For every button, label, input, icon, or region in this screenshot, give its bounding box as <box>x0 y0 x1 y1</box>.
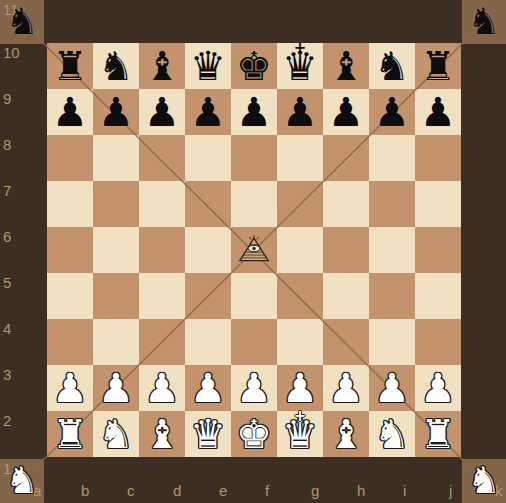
black-pawn[interactable]: ♟ <box>277 89 323 135</box>
square-e8[interactable] <box>185 135 231 181</box>
square-d3[interactable]: ♟ <box>139 365 185 411</box>
file-label-d: d <box>173 483 181 498</box>
square-d9[interactable]: ♟ <box>139 89 185 135</box>
file-label-g: g <box>311 483 319 498</box>
square-c3[interactable]: ♟ <box>93 365 139 411</box>
square-g9[interactable]: ♟ <box>277 89 323 135</box>
square-h9[interactable]: ♟ <box>323 89 369 135</box>
square-h6[interactable] <box>323 227 369 273</box>
square-e4[interactable] <box>185 319 231 365</box>
rank-label-6: 6 <box>3 229 11 244</box>
minister-cross: + <box>294 41 307 56</box>
rank-label-7: 7 <box>3 183 11 198</box>
square-h4[interactable] <box>323 319 369 365</box>
square-b2[interactable]: ♜ <box>47 411 93 457</box>
square-e6[interactable] <box>185 227 231 273</box>
square-i10[interactable]: ♞ <box>369 43 415 89</box>
white-pawn[interactable]: ♟ <box>415 365 461 411</box>
rank-label-9: 9 <box>3 91 11 106</box>
square-f5[interactable] <box>231 273 277 319</box>
board-frame: ♞ ♞ ♞ ♞ ♜♞♝♛♚♛+♝♞♜♟♟♟♟♟♟♟♟♟♟♟♟♟♟♟♟♟♟♜♞♝♛… <box>0 0 506 503</box>
white-pawn[interactable]: ♟ <box>277 365 323 411</box>
square-c6[interactable] <box>93 227 139 273</box>
white-pawn[interactable]: ♟ <box>139 365 185 411</box>
square-j2[interactable]: ♜ <box>415 411 461 457</box>
square-j7[interactable] <box>415 181 461 227</box>
square-b8[interactable] <box>47 135 93 181</box>
black-knight[interactable]: ♞ <box>369 43 415 89</box>
black-pawn[interactable]: ♟ <box>323 89 369 135</box>
black-knight[interactable]: ♞ <box>462 0 506 44</box>
square-h8[interactable] <box>323 135 369 181</box>
square-e3[interactable]: ♟ <box>185 365 231 411</box>
square-b3[interactable]: ♟ <box>47 365 93 411</box>
square-i2[interactable]: ♞ <box>369 411 415 457</box>
square-i3[interactable]: ♟ <box>369 365 415 411</box>
black-knight[interactable]: ♞ <box>0 0 44 44</box>
square-c2[interactable]: ♞ <box>93 411 139 457</box>
rank-label-2: 2 <box>3 413 11 428</box>
black-pawn[interactable]: ♟ <box>415 89 461 135</box>
black-pawn[interactable]: ♟ <box>93 89 139 135</box>
white-pawn[interactable]: ♟ <box>47 365 93 411</box>
square-b7[interactable] <box>47 181 93 227</box>
black-rook[interactable]: ♜ <box>47 43 93 89</box>
square-g7[interactable] <box>277 181 323 227</box>
white-knight[interactable]: ♞ <box>369 411 415 457</box>
black-pawn[interactable]: ♟ <box>369 89 415 135</box>
file-label-f: f <box>265 483 269 498</box>
black-minister[interactable]: ♛+ <box>277 43 323 89</box>
square-h5[interactable] <box>323 273 369 319</box>
square-g5[interactable] <box>277 273 323 319</box>
square-j6[interactable] <box>415 227 461 273</box>
square-i9[interactable]: ♟ <box>369 89 415 135</box>
white-pawn[interactable]: ♟ <box>369 365 415 411</box>
square-e9[interactable]: ♟ <box>185 89 231 135</box>
square-j4[interactable] <box>415 319 461 365</box>
square-e10[interactable]: ♛ <box>185 43 231 89</box>
square-i8[interactable] <box>369 135 415 181</box>
white-rook[interactable]: ♜ <box>47 411 93 457</box>
square-f3[interactable]: ♟ <box>231 365 277 411</box>
square-h10[interactable]: ♝ <box>323 43 369 89</box>
square-f10[interactable]: ♚ <box>231 43 277 89</box>
square-c7[interactable] <box>93 181 139 227</box>
file-label-i: i <box>403 483 406 498</box>
square-i5[interactable] <box>369 273 415 319</box>
corner-square-k1[interactable]: ♞ <box>462 459 506 503</box>
file-label-e: e <box>219 483 227 498</box>
square-c9[interactable]: ♟ <box>93 89 139 135</box>
square-d5[interactable] <box>139 273 185 319</box>
square-b5[interactable] <box>47 273 93 319</box>
square-c4[interactable] <box>93 319 139 365</box>
square-h2[interactable]: ♝ <box>323 411 369 457</box>
black-king[interactable]: ♚ <box>231 43 277 89</box>
black-pawn[interactable]: ♟ <box>47 89 93 135</box>
square-g2[interactable]: ♛+ <box>277 411 323 457</box>
white-queen[interactable]: ♛ <box>185 411 231 457</box>
square-j3[interactable]: ♟ <box>415 365 461 411</box>
square-h3[interactable]: ♟ <box>323 365 369 411</box>
square-c5[interactable] <box>93 273 139 319</box>
square-d2[interactable]: ♝ <box>139 411 185 457</box>
black-bishop[interactable]: ♝ <box>139 43 185 89</box>
square-d6[interactable] <box>139 227 185 273</box>
black-pawn[interactable]: ♟ <box>231 89 277 135</box>
square-i6[interactable] <box>369 227 415 273</box>
main-board: ♜♞♝♛♚♛+♝♞♜♟♟♟♟♟♟♟♟♟♟♟♟♟♟♟♟♟♟♜♞♝♛♚♛+♝♞♜ <box>47 43 461 457</box>
rank-label-10: 10 <box>3 45 20 60</box>
square-j5[interactable] <box>415 273 461 319</box>
square-b10[interactable]: ♜ <box>47 43 93 89</box>
file-label-c: c <box>127 483 135 498</box>
white-knight[interactable]: ♞ <box>0 459 44 503</box>
file-label-h: h <box>357 483 365 498</box>
square-d4[interactable] <box>139 319 185 365</box>
square-b6[interactable] <box>47 227 93 273</box>
rank-label-8: 8 <box>3 137 11 152</box>
white-pawn[interactable]: ♟ <box>323 365 369 411</box>
square-c8[interactable] <box>93 135 139 181</box>
white-pawn[interactable]: ♟ <box>231 365 277 411</box>
white-bishop[interactable]: ♝ <box>139 411 185 457</box>
square-g10[interactable]: ♛+ <box>277 43 323 89</box>
square-f7[interactable] <box>231 181 277 227</box>
minister-cross: + <box>294 409 307 424</box>
square-f6[interactable] <box>231 227 277 273</box>
black-pawn[interactable]: ♟ <box>139 89 185 135</box>
square-j8[interactable] <box>415 135 461 181</box>
square-b9[interactable]: ♟ <box>47 89 93 135</box>
square-j10[interactable]: ♜ <box>415 43 461 89</box>
square-e7[interactable] <box>185 181 231 227</box>
square-e2[interactable]: ♛ <box>185 411 231 457</box>
corner-square-a11[interactable]: ♞ <box>0 0 44 44</box>
square-d10[interactable]: ♝ <box>139 43 185 89</box>
white-rook[interactable]: ♜ <box>415 411 461 457</box>
white-minister[interactable]: ♛+ <box>277 411 323 457</box>
white-bishop[interactable]: ♝ <box>323 411 369 457</box>
square-i4[interactable] <box>369 319 415 365</box>
white-king[interactable]: ♚ <box>231 411 277 457</box>
square-f4[interactable] <box>231 319 277 365</box>
square-g8[interactable] <box>277 135 323 181</box>
square-g3[interactable]: ♟ <box>277 365 323 411</box>
rank-label-3: 3 <box>3 367 11 382</box>
black-rook[interactable]: ♜ <box>415 43 461 89</box>
square-f8[interactable] <box>231 135 277 181</box>
white-pawn[interactable]: ♟ <box>185 365 231 411</box>
square-j9[interactable]: ♟ <box>415 89 461 135</box>
white-knight[interactable]: ♞ <box>93 411 139 457</box>
square-f2[interactable]: ♚ <box>231 411 277 457</box>
square-d7[interactable] <box>139 181 185 227</box>
square-g6[interactable] <box>277 227 323 273</box>
square-c10[interactable]: ♞ <box>93 43 139 89</box>
square-e5[interactable] <box>185 273 231 319</box>
square-h7[interactable] <box>323 181 369 227</box>
corner-square-a1[interactable]: ♞ <box>0 459 44 503</box>
white-knight[interactable]: ♞ <box>462 459 506 503</box>
file-label-b: b <box>81 483 89 498</box>
square-f9[interactable]: ♟ <box>231 89 277 135</box>
rank-label-4: 4 <box>3 321 11 336</box>
white-pawn[interactable]: ♟ <box>93 365 139 411</box>
corner-square-k11[interactable]: ♞ <box>462 0 506 44</box>
square-i7[interactable] <box>369 181 415 227</box>
rank-label-5: 5 <box>3 275 11 290</box>
black-pawn[interactable]: ♟ <box>185 89 231 135</box>
black-queen[interactable]: ♛ <box>185 43 231 89</box>
square-d8[interactable] <box>139 135 185 181</box>
file-label-j: j <box>449 483 452 498</box>
black-knight[interactable]: ♞ <box>93 43 139 89</box>
eye-of-providence-icon <box>238 235 270 264</box>
black-bishop[interactable]: ♝ <box>323 43 369 89</box>
square-g4[interactable] <box>277 319 323 365</box>
square-b4[interactable] <box>47 319 93 365</box>
